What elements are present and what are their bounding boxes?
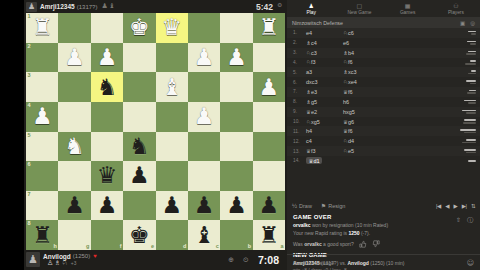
piece-black-k-e8[interactable]: ♚	[123, 220, 155, 250]
piece-white-p-a3[interactable]: ♟	[253, 72, 285, 102]
panel-tabs: ♟Play▢New Game▦Games⚇Players	[287, 0, 480, 17]
square-g1[interactable]	[58, 13, 90, 43]
top-captured-pieces: ♟♝	[101, 3, 116, 10]
white-move[interactable]: ♗e3	[306, 89, 343, 95]
game-result-line: orvalkc won by resignation (10 min Rated…	[293, 222, 474, 228]
square-a8[interactable]: a♜	[253, 220, 285, 250]
captured-piece-icon: ♗	[54, 260, 60, 267]
emoji-icon[interactable]: ☺	[467, 259, 474, 267]
white-move[interactable]: ♘f3	[306, 59, 343, 65]
square-d7[interactable]: ♟	[156, 191, 188, 221]
game-controls: ½ Draw ⚑ Resign |◀◀▶▶|⇅	[287, 199, 480, 212]
square-g7[interactable]: ♟	[58, 191, 90, 221]
square-f4[interactable]	[91, 102, 123, 132]
bottom-captured-pieces: ♙♗♘	[47, 260, 69, 267]
square-a3[interactable]: ♟	[253, 72, 285, 102]
piece-black-b-c8[interactable]: ♝	[188, 220, 220, 250]
rating-line: Your new Rapid rating is 1250 (-7).	[293, 230, 474, 236]
move-row[interactable]: 10.♘xg5♕g6	[287, 117, 480, 127]
time-bars	[454, 70, 476, 74]
black-move[interactable]: ♕g6	[343, 119, 380, 125]
piece-black-p-f7[interactable]: ♟	[91, 191, 123, 221]
share-icon[interactable]: ⇧	[456, 216, 461, 225]
square-d3[interactable]: ♝	[156, 72, 188, 102]
piece-black-n-e5[interactable]: ♞	[123, 132, 155, 162]
app-window: ♟ Amrji12345 (1317?) ♟♝ 5:42 ⚙ 1♜♚♛♜2♟♟♟…	[0, 0, 480, 270]
square-f7[interactable]: ♟	[91, 191, 123, 221]
tab-games[interactable]: ▦Games	[384, 0, 432, 17]
rank-label: 6	[28, 162, 31, 168]
square-f6[interactable]: ♛	[91, 161, 123, 191]
square-b4[interactable]	[220, 102, 252, 132]
thumbs-up-icon[interactable]	[359, 240, 367, 248]
square-d8[interactable]: d	[156, 220, 188, 250]
square-a6[interactable]	[253, 161, 285, 191]
time-bars	[454, 51, 476, 55]
square-c1[interactable]	[188, 13, 220, 43]
piece-white-n-g5[interactable]: ♞	[58, 132, 90, 162]
analysis-icon[interactable]: ⊙	[243, 256, 249, 264]
square-e4[interactable]	[123, 102, 155, 132]
square-e3[interactable]	[123, 72, 155, 102]
square-h2[interactable]: 2	[26, 43, 58, 73]
square-h1[interactable]: 1♜	[26, 13, 58, 43]
resign-flag-icon: ⚑	[321, 202, 326, 209]
square-h6[interactable]: 6	[26, 161, 58, 191]
black-move[interactable]: ♗b4	[343, 50, 380, 56]
tab-new-game-icon: ▢	[357, 3, 363, 9]
square-g8[interactable]: g	[58, 220, 90, 250]
square-c7[interactable]: ♟	[188, 191, 220, 221]
square-c6[interactable]	[188, 161, 220, 191]
time-bars	[454, 160, 476, 162]
black-move[interactable]: e6	[343, 40, 380, 46]
move-row[interactable]: 8.♗g5h6	[287, 97, 480, 107]
square-e7[interactable]	[123, 191, 155, 221]
piece-white-k-e1[interactable]: ♚	[123, 13, 155, 43]
square-b5[interactable]	[220, 132, 252, 162]
opening-name: Nimzowitsch Defense	[292, 20, 343, 26]
square-c2[interactable]: ♟	[188, 43, 220, 73]
black-move[interactable]: ♘f6	[343, 59, 380, 65]
time-bars	[454, 119, 476, 123]
piece-black-p-a7[interactable]: ♟	[253, 191, 285, 221]
square-h7[interactable]: 7	[26, 191, 58, 221]
opening-row: Nimzowitsch Defense ▣◎	[287, 17, 480, 28]
white-move[interactable]: ♘c3	[306, 50, 343, 56]
rank-label: 5	[28, 133, 31, 139]
piece-white-p-g2[interactable]: ♟	[58, 43, 90, 73]
white-move[interactable]: ♕e2	[306, 109, 343, 115]
square-g3[interactable]	[58, 72, 90, 102]
square-g2[interactable]: ♟	[58, 43, 90, 73]
rank-label: 2	[28, 44, 31, 50]
piece-black-r-a8[interactable]: ♜	[253, 220, 285, 250]
piece-black-p-c7[interactable]: ♟	[188, 191, 220, 221]
piece-white-p-c2[interactable]: ♟	[188, 43, 220, 73]
move-row[interactable]: 11.h4♕f6	[287, 126, 480, 136]
move-row[interactable]: 2.♗c4e6	[287, 38, 480, 48]
white-move[interactable]: a3	[306, 69, 343, 75]
piece-black-p-e6[interactable]: ♟	[123, 161, 155, 191]
square-b7[interactable]: ♟	[220, 191, 252, 221]
square-f8[interactable]: f	[91, 220, 123, 250]
time-bars	[454, 90, 476, 94]
captured-piece-icon: ♘	[62, 260, 68, 267]
square-e8[interactable]: e♚	[123, 220, 155, 250]
square-d1[interactable]: ♛	[156, 13, 188, 43]
previous-move-button[interactable]: ◀	[445, 203, 449, 209]
black-move[interactable]: ♘e5	[343, 148, 380, 154]
square-b1[interactable]	[220, 13, 252, 43]
black-move[interactable]: hxg5	[343, 109, 380, 115]
square-h8[interactable]: 8h♜	[26, 220, 58, 250]
white-move[interactable]: ♗g5	[306, 99, 343, 105]
black-move[interactable]: ♕f6	[343, 89, 380, 95]
top-player-name: Amrji12345	[40, 3, 75, 10]
piece-black-q-f6[interactable]: ♛	[91, 161, 123, 191]
bottom-bar-icons: ⊕⊙	[228, 256, 249, 264]
square-a2[interactable]	[253, 43, 285, 73]
move-row[interactable]: 7.♗e3♕f6	[287, 87, 480, 97]
square-f2[interactable]: ♟	[91, 43, 123, 73]
square-g5[interactable]: ♞	[58, 132, 90, 162]
thumbs-down-icon[interactable]	[372, 240, 380, 248]
square-h4[interactable]: 4♟	[26, 102, 58, 132]
square-c8[interactable]: c♝	[188, 220, 220, 250]
square-c5[interactable]	[188, 132, 220, 162]
top-player-avatar[interactable]: ♟	[26, 2, 37, 12]
piece-black-r-h8[interactable]: ♜	[26, 220, 58, 250]
square-b3[interactable]	[220, 72, 252, 102]
square-d4[interactable]	[156, 102, 188, 132]
square-b8[interactable]: b	[220, 220, 252, 250]
piece-white-p-b2[interactable]: ♟	[220, 43, 252, 73]
move-navigation: |◀◀▶▶|⇅	[436, 203, 475, 209]
tab-players[interactable]: ⚇Players	[432, 0, 480, 17]
square-g6[interactable]	[58, 161, 90, 191]
square-a5[interactable]	[253, 132, 285, 162]
first-move-button[interactable]: |◀	[436, 203, 441, 209]
piece-white-r-a1[interactable]: ♜	[253, 13, 285, 43]
piece-white-r-h1[interactable]: ♜	[26, 13, 58, 43]
black-move[interactable]: ♘xe4	[343, 79, 380, 85]
draw-icon: ½	[292, 203, 297, 209]
move-row[interactable]: 4.♘f3♘f6	[287, 58, 480, 68]
time-bars	[454, 80, 476, 84]
time-bars	[454, 60, 476, 64]
square-e1[interactable]: ♚	[123, 13, 155, 43]
time-bars	[454, 129, 476, 133]
move-row[interactable]: 13.♕f3♘e5	[287, 146, 480, 156]
piece-white-b-d3[interactable]: ♝	[156, 72, 188, 102]
side-panel: ♟Play▢New Game▦Games⚇Players Nimzowitsch…	[287, 0, 480, 270]
square-a7[interactable]: ♟	[253, 191, 285, 221]
white-move[interactable]: dxc3	[306, 79, 343, 85]
last-move-button[interactable]: ▶|	[462, 203, 467, 209]
move-row[interactable]: 14.♕d1	[287, 156, 480, 166]
chat-input[interactable]	[287, 259, 467, 267]
square-f3[interactable]: ♞	[91, 72, 123, 102]
square-d2[interactable]	[156, 43, 188, 73]
square-d5[interactable]	[156, 132, 188, 162]
white-move[interactable]: c4	[306, 138, 343, 144]
opening-book-icon[interactable]: ▣	[460, 20, 465, 26]
square-h3[interactable]: 3	[26, 72, 58, 102]
info-icon[interactable]: ⓘ	[467, 216, 473, 225]
white-move[interactable]: ♘xg5	[306, 119, 343, 125]
message-bar: ☺	[287, 254, 480, 270]
top-player-rating: (1317?)	[77, 4, 98, 10]
black-move[interactable]: h6	[343, 99, 380, 105]
piece-white-p-h4[interactable]: ♟	[26, 102, 58, 132]
top-player-clock: 5:42	[256, 2, 273, 12]
square-g4[interactable]	[58, 102, 90, 132]
good-sport-line: Was orvalkc a good sport?	[293, 240, 474, 248]
square-f5[interactable]	[91, 132, 123, 162]
white-move[interactable]: h4	[306, 128, 343, 134]
move-row[interactable]: 12.c4♘d4	[287, 136, 480, 146]
square-b6[interactable]	[220, 161, 252, 191]
draw-button[interactable]: ½ Draw	[292, 203, 312, 209]
game-over-section: GAME OVER ⇧ ⓘ orvalkc won by resignation…	[287, 212, 480, 248]
black-move[interactable]: ♗xc3	[343, 69, 380, 75]
time-bars	[454, 149, 476, 153]
bottom-player-clock: 7:08	[258, 254, 279, 266]
square-c3[interactable]	[188, 72, 220, 102]
time-bars	[454, 139, 476, 143]
move-row[interactable]: 9.♕e2hxg5	[287, 107, 480, 117]
top-player-bar: ♟ Amrji12345 (1317?) ♟♝ 5:42	[24, 0, 287, 13]
black-move[interactable]: ♘d4	[343, 138, 380, 144]
square-d6[interactable]	[156, 161, 188, 191]
square-c4[interactable]: ♟	[188, 102, 220, 132]
square-e2[interactable]	[123, 43, 155, 73]
move-row[interactable]: 3.♘c3♗b4	[287, 48, 480, 58]
material-advantage: +3	[71, 261, 76, 266]
opening-settings-icon[interactable]: ◎	[470, 20, 475, 26]
white-move[interactable]: ♕d1	[306, 158, 343, 164]
flip-board-icon[interactable]: ⇅	[471, 203, 475, 209]
square-e6[interactable]: ♟	[123, 161, 155, 191]
board-settings-gear-icon[interactable]: ⚙	[277, 1, 282, 8]
square-e5[interactable]: ♞	[123, 132, 155, 162]
tab-games-icon: ▦	[405, 3, 411, 9]
add-time-icon[interactable]: ⊕	[228, 256, 234, 264]
time-bars	[454, 41, 476, 45]
piece-white-p-f2[interactable]: ♟	[91, 43, 123, 73]
rank-label: 3	[28, 73, 31, 79]
heart-icon: ♥	[93, 253, 97, 259]
square-b2[interactable]: ♟	[220, 43, 252, 73]
opening-icons: ▣◎	[460, 20, 475, 26]
piece-black-n-f3[interactable]: ♞	[91, 72, 123, 102]
square-f1[interactable]	[91, 13, 123, 43]
bottom-player-rating: (1250)	[73, 253, 90, 259]
piece-white-p-c4[interactable]: ♟	[188, 102, 220, 132]
bottom-player-bar: ♟ Anvilogd (1250) ♥ ♙♗♘ +3 ⊕⊙ 7:08	[24, 249, 287, 270]
captured-piece-icon: ♝	[109, 3, 115, 10]
tab-players-icon: ⚇	[453, 3, 458, 9]
move-list: 1.e4♘c62.♗c4e63.♘c3♗b44.♘f3♘f65.a3♗xc36.…	[287, 28, 480, 166]
tab-new-game[interactable]: ▢New Game	[335, 0, 383, 17]
white-move[interactable]: e4	[306, 30, 343, 36]
time-bars	[454, 31, 476, 35]
piece-white-q-d1[interactable]: ♛	[156, 13, 188, 43]
game-over-title: GAME OVER	[293, 214, 474, 220]
square-h5[interactable]: 5	[26, 132, 58, 162]
square-a1[interactable]: ♜	[253, 13, 285, 43]
next-move-button[interactable]: ▶	[453, 203, 457, 209]
black-move[interactable]: ♕f6	[343, 128, 380, 134]
black-move[interactable]: ♘c6	[343, 30, 380, 36]
resign-button[interactable]: ⚑ Resign	[321, 202, 346, 209]
time-bars	[454, 100, 476, 104]
bottom-player-avatar[interactable]: ♟	[26, 252, 40, 267]
piece-black-p-b7[interactable]: ♟	[220, 191, 252, 221]
square-a4[interactable]	[253, 102, 285, 132]
white-move[interactable]: ♗c4	[306, 40, 343, 46]
time-bars	[454, 110, 476, 114]
move-row[interactable]: 5.a3♗xc3	[287, 67, 480, 77]
move-row[interactable]: 1.e4♘c6	[287, 28, 480, 38]
move-row[interactable]: 6.dxc3♘xe4	[287, 77, 480, 87]
piece-black-p-d7[interactable]: ♟	[156, 191, 188, 221]
tab-play[interactable]: ♟Play	[287, 0, 335, 17]
captured-piece-icon: ♙	[47, 260, 53, 267]
white-move[interactable]: ♕f3	[306, 148, 343, 154]
rank-label: 7	[28, 192, 31, 198]
captured-piece-icon: ♟	[101, 3, 107, 10]
piece-black-p-g7[interactable]: ♟	[58, 191, 90, 221]
tab-play-icon: ♟	[308, 3, 313, 9]
chess-board: 1♜♚♛♜2♟♟♟♟3♞♝♟4♟♟5♞♞6♛♟7♟♟♟♟♟♟8h♜gfe♚dc♝…	[26, 13, 285, 250]
